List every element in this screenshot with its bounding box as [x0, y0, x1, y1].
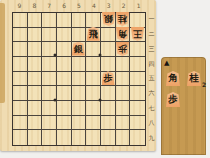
- board-cell-7-4[interactable]: [42, 57, 57, 72]
- board-cell-5-7[interactable]: [72, 101, 87, 116]
- hand-piece-count: 2: [202, 81, 206, 88]
- rank-label: 九: [147, 131, 156, 146]
- board-cell-3-9[interactable]: [101, 130, 116, 145]
- shogi-piece-gote-3一[interactable]: 銀: [102, 12, 115, 26]
- board-cell-6-2[interactable]: [57, 28, 72, 43]
- board-cell-6-4[interactable]: [57, 57, 72, 72]
- star-point: [54, 54, 57, 57]
- board-cell-9-1[interactable]: [13, 13, 28, 28]
- board-cell-5-5[interactable]: [72, 72, 87, 87]
- board-cell-4-7[interactable]: [86, 101, 101, 116]
- board-cell-7-5[interactable]: [42, 72, 57, 87]
- board-cell-1-9[interactable]: [130, 130, 145, 145]
- board-cell-8-1[interactable]: [28, 13, 43, 28]
- board-cell-6-6[interactable]: [57, 86, 72, 101]
- board-cell-1-7[interactable]: [130, 101, 145, 116]
- board-cell-7-1[interactable]: [42, 13, 57, 28]
- board-cell-7-8[interactable]: [42, 116, 57, 131]
- star-point: [98, 54, 101, 57]
- board-cell-2-4[interactable]: [116, 57, 131, 72]
- rank-label: 五: [147, 72, 156, 87]
- board-cell-8-2[interactable]: [28, 28, 43, 43]
- sente-marker-icon: ▲: [164, 59, 169, 67]
- board-cell-6-1[interactable]: [57, 13, 72, 28]
- board-cell-9-2[interactable]: [13, 28, 28, 43]
- shogi-piece-sente-5三[interactable]: 銀: [72, 42, 85, 56]
- file-label: 5: [72, 1, 87, 11]
- board-cell-6-5[interactable]: [57, 72, 72, 87]
- board-cell-5-4[interactable]: [72, 57, 87, 72]
- file-label: 9: [12, 1, 27, 11]
- board-cell-7-7[interactable]: [42, 101, 57, 116]
- board-cell-3-4[interactable]: [101, 57, 116, 72]
- board-cell-5-1[interactable]: [72, 13, 87, 28]
- board-cell-1-3[interactable]: [130, 42, 145, 57]
- file-label: 4: [86, 1, 101, 11]
- star-point: [54, 98, 57, 101]
- board-cell-5-8[interactable]: [72, 116, 87, 131]
- hand-piece-歩[interactable]: 歩: [166, 92, 180, 107]
- board-cell-9-4[interactable]: [13, 57, 28, 72]
- board-cell-9-5[interactable]: [13, 72, 28, 87]
- rank-label: 六: [147, 86, 156, 101]
- board-cell-7-9[interactable]: [42, 130, 57, 145]
- file-label: 2: [116, 1, 131, 11]
- board-cell-8-7[interactable]: [28, 101, 43, 116]
- board-cell-3-7[interactable]: [101, 101, 116, 116]
- board-cell-6-8[interactable]: [57, 116, 72, 131]
- rank-label: 一: [147, 12, 156, 27]
- shogi-piece-gote-2二[interactable]: 角: [116, 27, 129, 41]
- file-label: 7: [42, 1, 57, 11]
- board-cell-4-5[interactable]: [86, 72, 101, 87]
- board-cell-8-6[interactable]: [28, 86, 43, 101]
- rank-label: 八: [147, 116, 156, 131]
- board-cell-2-6[interactable]: [116, 86, 131, 101]
- board-cell-8-9[interactable]: [28, 130, 43, 145]
- board-cell-1-1[interactable]: [130, 13, 145, 28]
- file-label: 1: [131, 1, 146, 11]
- board-cell-2-5[interactable]: [116, 72, 131, 87]
- rank-labels: 一二三四五六七八九: [147, 12, 156, 146]
- shogi-piece-gote-1二[interactable]: 王: [131, 27, 144, 41]
- board-cell-5-6[interactable]: [72, 86, 87, 101]
- shogi-board: 987654321 一二三四五六七八九 銀桂飛角王銀歩歩: [0, 0, 156, 151]
- board-cell-2-7[interactable]: [116, 101, 131, 116]
- board-cell-1-8[interactable]: [130, 116, 145, 131]
- board-cell-1-6[interactable]: [130, 86, 145, 101]
- hand-piece-角[interactable]: 角: [166, 71, 180, 86]
- board-cell-4-9[interactable]: [86, 130, 101, 145]
- board-cell-4-4[interactable]: [86, 57, 101, 72]
- board-cell-8-8[interactable]: [28, 116, 43, 131]
- board-cell-4-1[interactable]: [86, 13, 101, 28]
- shogi-piece-sente-4二[interactable]: 飛: [87, 27, 100, 41]
- board-cell-9-9[interactable]: [13, 130, 28, 145]
- board-cell-8-5[interactable]: [28, 72, 43, 87]
- shogi-piece-gote-2三[interactable]: 歩: [116, 42, 129, 56]
- gote-komadai-partial: [0, 3, 5, 103]
- file-label: 8: [27, 1, 42, 11]
- board-cell-7-2[interactable]: [42, 28, 57, 43]
- rank-label: 七: [147, 101, 156, 116]
- board-cell-4-8[interactable]: [86, 116, 101, 131]
- board-cell-1-5[interactable]: [130, 72, 145, 87]
- file-label: 6: [57, 1, 72, 11]
- board-cell-3-3[interactable]: [101, 42, 116, 57]
- board-cell-9-8[interactable]: [13, 116, 28, 131]
- file-label: 3: [101, 1, 116, 11]
- board-cell-5-9[interactable]: [72, 130, 87, 145]
- board-cell-9-7[interactable]: [13, 101, 28, 116]
- board-cell-3-6[interactable]: [101, 86, 116, 101]
- board-cell-8-3[interactable]: [28, 42, 43, 57]
- rank-label: 二: [147, 27, 156, 42]
- board-cell-6-9[interactable]: [57, 130, 72, 145]
- board-cell-2-9[interactable]: [116, 130, 131, 145]
- file-labels: 987654321: [12, 1, 146, 11]
- board-cell-8-4[interactable]: [28, 57, 43, 72]
- star-point: [98, 98, 101, 101]
- shogi-piece-sente-3五[interactable]: 歩: [102, 71, 115, 85]
- board-cell-5-2[interactable]: [72, 28, 87, 43]
- board-cell-6-3[interactable]: [57, 42, 72, 57]
- hand-piece-桂[interactable]: 桂: [187, 71, 201, 86]
- board-cell-6-7[interactable]: [57, 101, 72, 116]
- rank-label: 三: [147, 42, 156, 57]
- rank-label: 四: [147, 57, 156, 72]
- shogi-piece-gote-2一[interactable]: 桂: [116, 12, 129, 26]
- board-cell-3-2[interactable]: [101, 28, 116, 43]
- board-cell-2-8[interactable]: [116, 116, 131, 131]
- board-cell-9-3[interactable]: [13, 42, 28, 57]
- board-cell-3-8[interactable]: [101, 116, 116, 131]
- board-cell-9-6[interactable]: [13, 86, 28, 101]
- board-cell-1-4[interactable]: [130, 57, 145, 72]
- sente-komadai: ▲ 角桂2歩: [161, 57, 206, 155]
